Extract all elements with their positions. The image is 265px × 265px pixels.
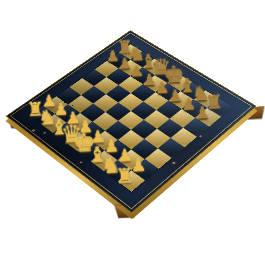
piece-white-pawn: ♟: [53, 110, 92, 128]
scene: ♜♞♝♛♚♝♞♜♟♟♟♟♟♟♟♟♟♟♟♟♟♟♟♟♜♞♝♛♚♝♞♜: [0, 0, 265, 265]
product-photo: ♜♞♝♛♚♝♞♜♟♟♟♟♟♟♟♟♟♟♟♟♟♟♟♟♜♞♝♛♚♝♞♜: [0, 0, 265, 265]
square-h5: [171, 128, 197, 148]
square-g7: ♟: [182, 99, 207, 117]
chess-board: ♜♞♝♛♚♝♞♜♟♟♟♟♟♟♟♟♟♟♟♟♟♟♟♟♜♞♝♛♚♝♞♜: [7, 31, 256, 212]
board-top-face: ♜♞♝♛♚♝♞♜♟♟♟♟♟♟♟♟♟♟♟♟♟♟♟♟♜♞♝♛♚♝♞♜: [7, 31, 256, 212]
board-squares: ♜♞♝♛♚♝♞♜♟♟♟♟♟♟♟♟♟♟♟♟♟♟♟♟♜♞♝♛♚♝♞♜: [28, 43, 234, 193]
square-h7: ♟: [195, 108, 221, 127]
